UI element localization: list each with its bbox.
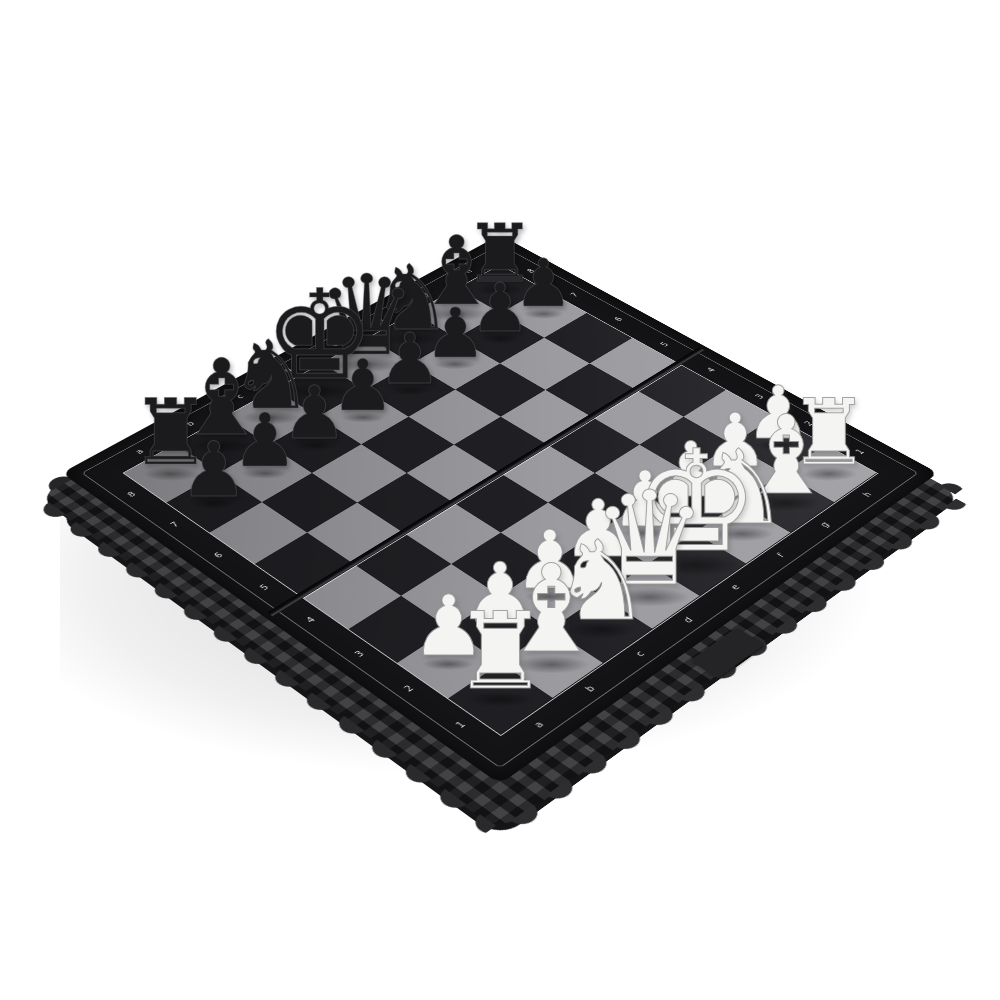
rank-label-left-3: 3 [347, 646, 372, 663]
square-d2 [549, 533, 647, 596]
square-c2 [500, 564, 600, 629]
square-a2 [397, 629, 500, 698]
file-label-bottom-c: c [628, 646, 653, 663]
square-e2 [597, 502, 694, 563]
square-e3 [548, 473, 643, 533]
file-label-bottom-g: g [814, 517, 837, 532]
square-a5 [254, 533, 352, 596]
rank-label-left-2: 2 [397, 680, 422, 697]
file-label-bottom-h: h [857, 488, 880, 502]
square-b1 [500, 629, 603, 698]
file-label-bottom-a: a [526, 716, 551, 734]
square-e1 [647, 533, 745, 596]
square-a3 [348, 596, 449, 663]
square-d4 [452, 473, 547, 533]
rank-label-left-5: 5 [252, 580, 276, 596]
square-b5 [306, 502, 403, 563]
square-f2 [643, 473, 738, 533]
square-b3 [400, 564, 500, 629]
square-a6 [210, 502, 307, 563]
rank-label-left-4: 4 [299, 612, 323, 628]
square-a1 [448, 663, 552, 734]
file-label-bottom-e: e [724, 580, 748, 596]
square-d3 [500, 502, 597, 563]
square-g1 [739, 473, 834, 533]
square-c4 [403, 502, 500, 563]
square-c1 [551, 596, 652, 663]
square-a4 [301, 564, 401, 629]
square-d1 [600, 564, 700, 629]
square-b6 [261, 473, 356, 533]
file-label-bottom-f: f [769, 548, 792, 563]
square-b2 [449, 596, 550, 663]
product-photo-scene: aa88bb77cc66dd55ee44ff33gg22hh11 ♜♝♟♞♟♛♟… [0, 0, 1000, 1000]
rank-label-left-1: 1 [448, 716, 473, 734]
square-c5 [357, 473, 452, 533]
file-label-bottom-b: b [578, 680, 603, 697]
square-b4 [353, 533, 451, 596]
file-label-bottom-d: d [677, 612, 701, 628]
rank-label-left-7: 7 [163, 517, 186, 532]
rank-label-left-6: 6 [207, 548, 231, 563]
square-c3 [451, 533, 549, 596]
square-f1 [694, 502, 791, 563]
square-a7 [166, 473, 261, 533]
rank-label-left-8: 8 [121, 488, 144, 502]
